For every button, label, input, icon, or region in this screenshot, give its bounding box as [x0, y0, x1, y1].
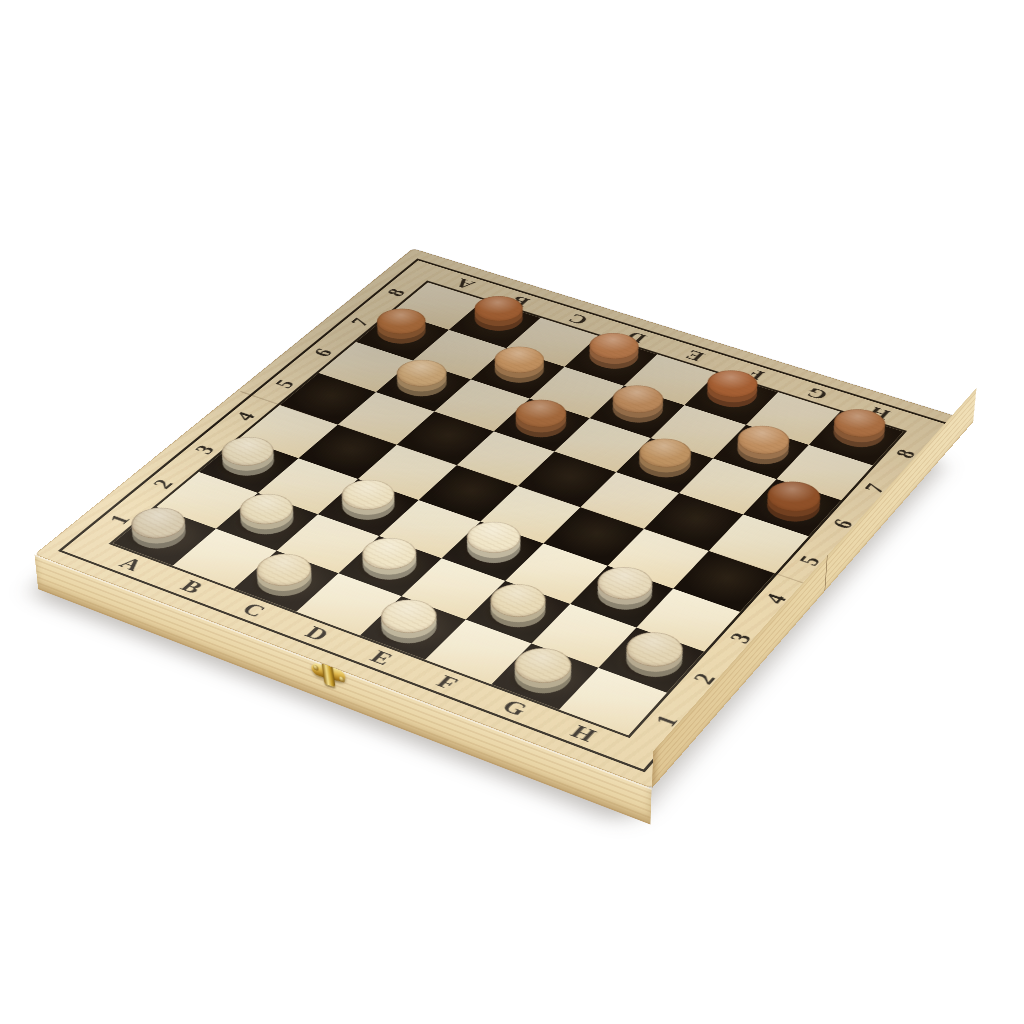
product-photo-scene: ABCDEFGH ABCDEFGH 87654321 87654321 [0, 0, 1024, 1024]
piece-dark-h6[interactable] [758, 488, 829, 529]
piece-dark-a7[interactable] [368, 316, 435, 351]
piece-dark-f8[interactable] [698, 377, 765, 414]
piece-light-d2[interactable] [352, 545, 427, 588]
piece-light-c3[interactable] [332, 487, 405, 528]
piece-light-a3[interactable] [212, 444, 284, 484]
board-top-face: ABCDEFGH ABCDEFGH 87654321 87654321 [34, 248, 973, 788]
piece-light-e1[interactable] [371, 606, 447, 652]
piece-dark-h8[interactable] [825, 416, 893, 455]
piece-dark-d8[interactable] [580, 340, 647, 376]
checkers-board: ABCDEFGH ABCDEFGH 87654321 87654321 [34, 248, 973, 788]
clasp-hasp [321, 661, 335, 687]
piece-light-h2[interactable] [616, 639, 692, 686]
piece-light-g3[interactable] [587, 574, 661, 619]
pieces-layer [34, 248, 973, 788]
piece-light-a1[interactable] [122, 515, 197, 557]
piece-light-g1[interactable] [504, 655, 581, 703]
piece-light-c1[interactable] [247, 561, 323, 605]
piece-dark-c7[interactable] [485, 354, 553, 390]
piece-dark-e7[interactable] [603, 392, 671, 430]
piece-light-e3[interactable] [457, 529, 530, 572]
piece-dark-f6[interactable] [630, 446, 700, 486]
piece-dark-b8[interactable] [466, 303, 532, 338]
